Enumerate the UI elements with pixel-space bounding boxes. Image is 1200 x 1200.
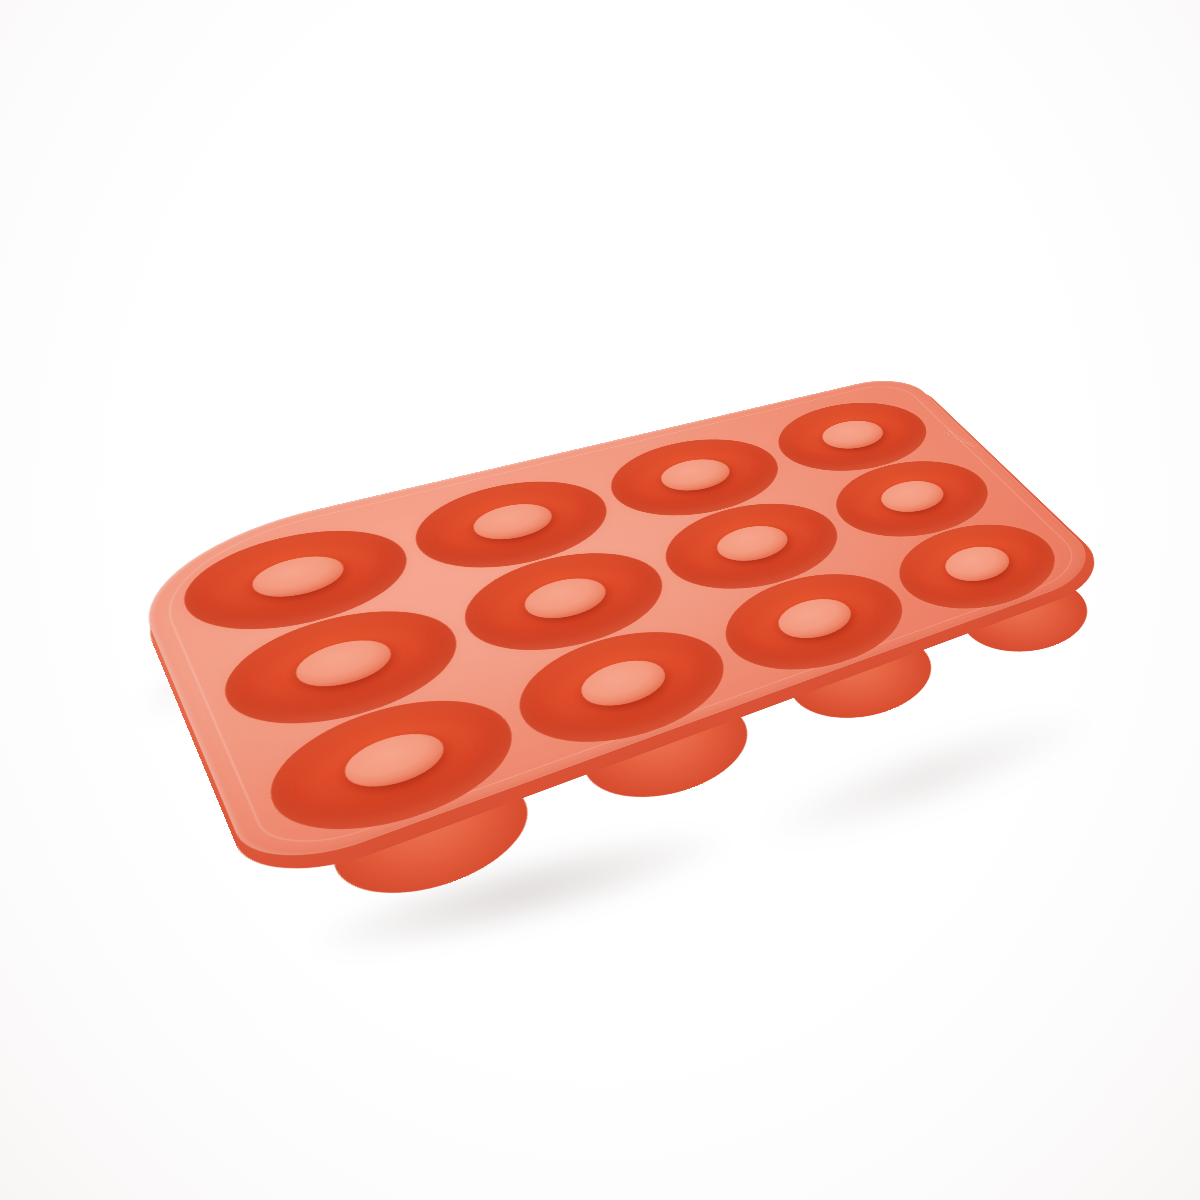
product-photo-scene: Tescoma xyxy=(0,0,1200,1200)
cavity-center-post xyxy=(768,592,861,646)
cavity-center-post xyxy=(288,632,400,696)
cavity-center-post xyxy=(336,724,454,798)
cavity-center-post xyxy=(707,520,797,568)
cavity-center-post xyxy=(465,498,560,547)
cavity-center-post xyxy=(652,454,738,497)
cavity-center-post xyxy=(571,652,675,715)
cavity-center-post xyxy=(813,416,892,454)
cavity-center-post xyxy=(245,549,351,605)
cavity-center-post xyxy=(871,475,953,518)
cavity-grid xyxy=(120,373,904,555)
donut-mold-pan: Tescoma xyxy=(120,373,1110,881)
cavity-center-post xyxy=(935,540,1020,588)
cavity-center-post xyxy=(515,571,615,626)
